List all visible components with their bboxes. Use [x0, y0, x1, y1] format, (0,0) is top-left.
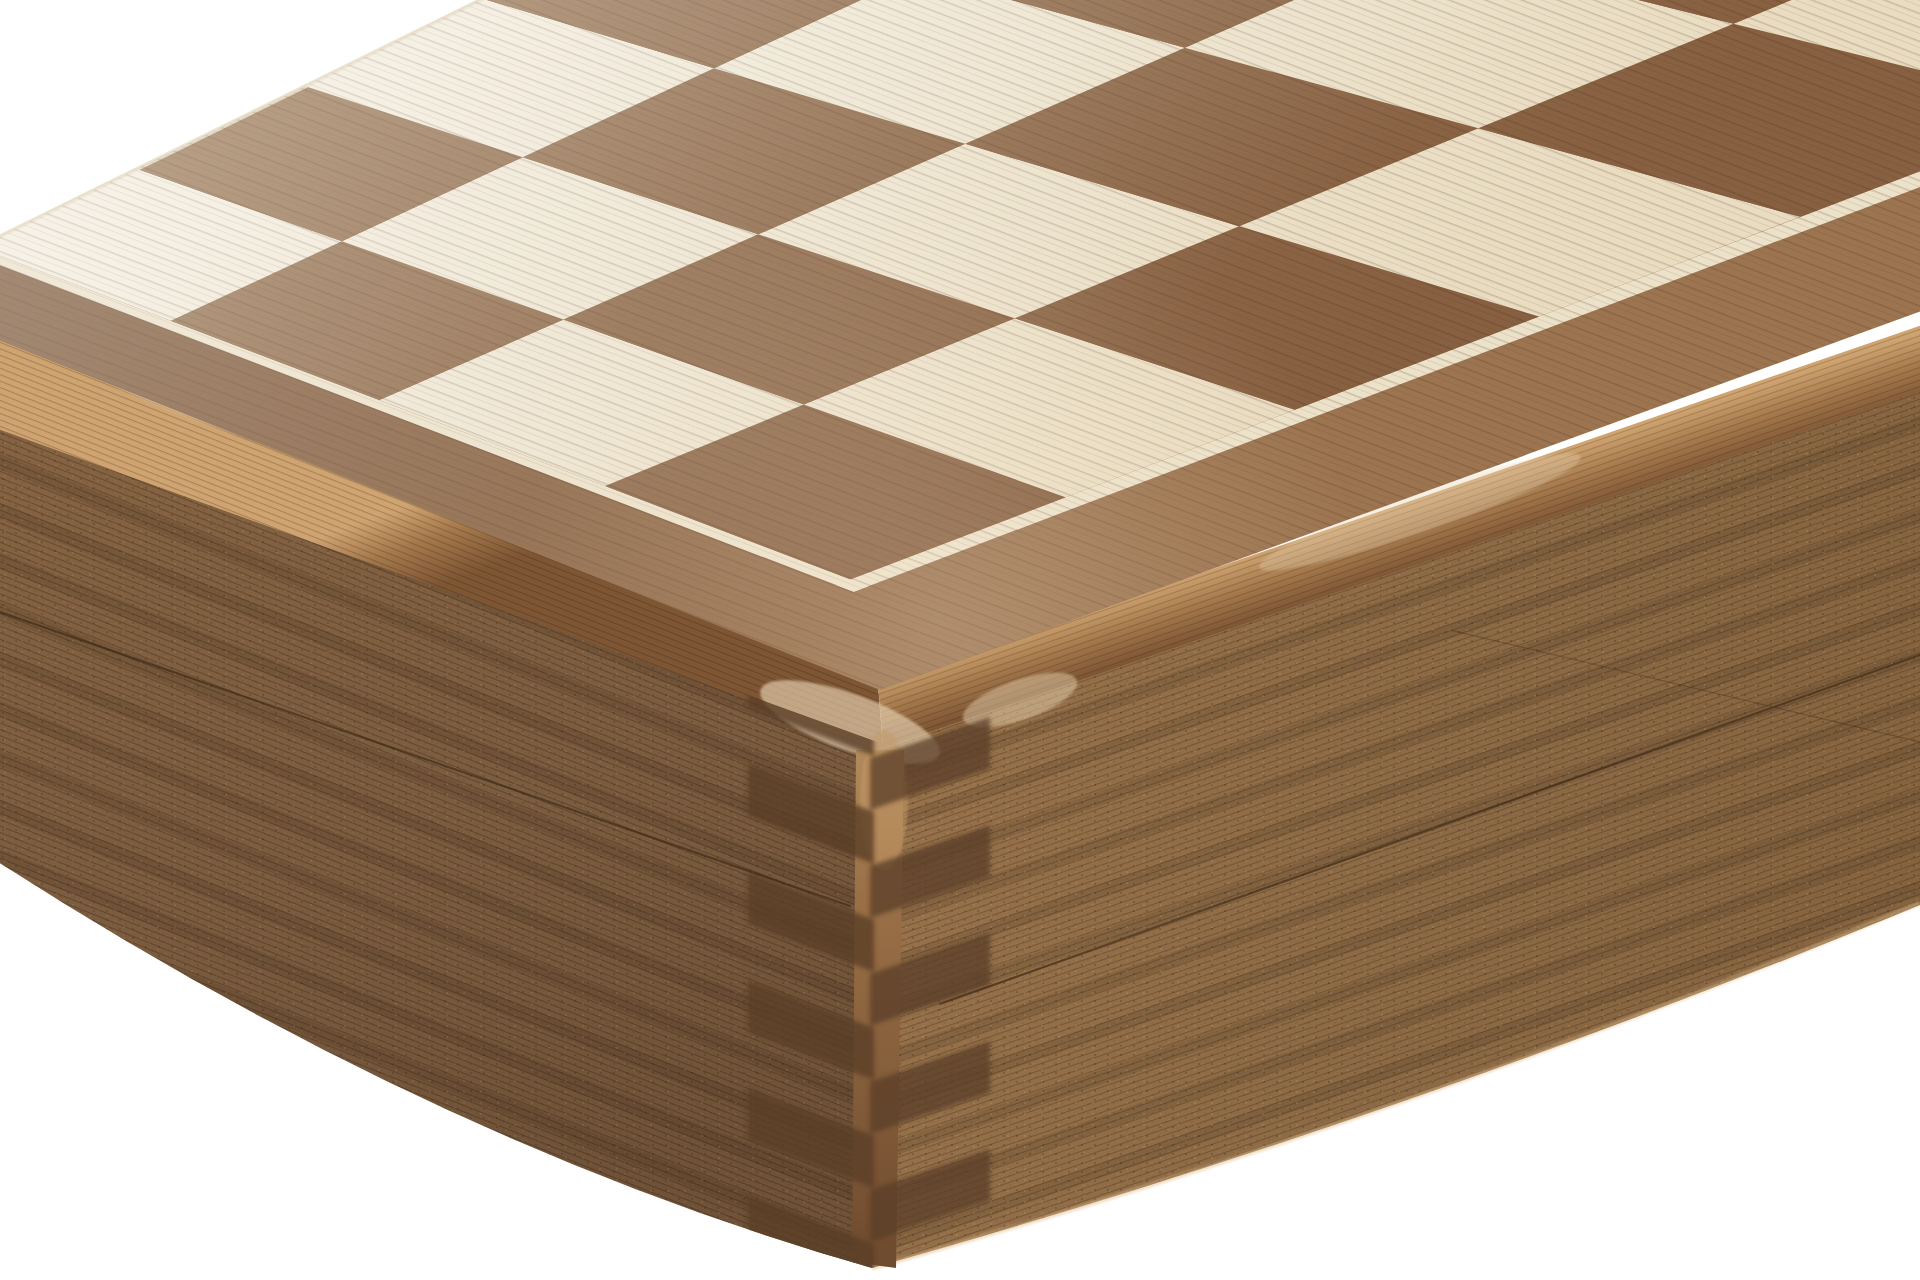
scene-svg [0, 0, 1920, 1280]
product-photo-chess-box [0, 0, 1920, 1280]
